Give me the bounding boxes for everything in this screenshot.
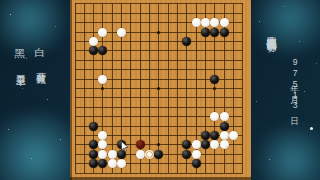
stone-white — [220, 131, 229, 140]
player-white-name: 曹薰铉 — [34, 64, 48, 67]
stone-black — [89, 122, 98, 131]
stone-black — [89, 140, 98, 149]
stone-black — [89, 150, 98, 159]
stone-black — [210, 131, 219, 140]
grid-line-v — [168, 3, 169, 173]
stone-white — [108, 150, 117, 159]
stone-black — [98, 159, 107, 168]
stone-white — [108, 159, 117, 168]
mouse-cursor-icon — [121, 141, 129, 152]
player-black-name: 聂卫平 — [14, 66, 28, 69]
stone-black — [182, 37, 191, 46]
grid-line-h — [75, 97, 244, 98]
stone-white — [98, 150, 107, 159]
stone-white — [220, 112, 229, 121]
nebula-top-left — [0, 0, 77, 54]
stone-white — [117, 28, 126, 37]
player-white-label: 白 — [33, 39, 47, 40]
grid-line-v — [242, 3, 243, 173]
grid-line-v — [233, 3, 234, 173]
player-black-label: 黑 — [13, 41, 27, 42]
stone-black — [154, 150, 163, 159]
go-board[interactable] — [70, 0, 251, 180]
stone-black — [98, 46, 107, 55]
stone-white — [220, 18, 229, 27]
stone-white — [117, 159, 126, 168]
nebula-bottom-right — [248, 126, 320, 180]
grid-line-v — [177, 3, 178, 173]
stone-black — [201, 140, 210, 149]
star-specks — [0, 0, 1, 1]
stone-white — [192, 150, 201, 159]
stone-white — [192, 18, 201, 27]
stone-white — [220, 140, 229, 149]
event-title: 亚洲杯电视围棋快棋赛 — [264, 28, 278, 34]
stone-white — [210, 18, 219, 27]
last-move-circle-marker — [146, 151, 153, 158]
stone-black — [210, 28, 219, 37]
grid-line-h — [75, 107, 244, 108]
stone-black — [210, 75, 219, 84]
stone-white — [201, 18, 210, 27]
stone-white — [229, 131, 238, 140]
stone-white — [210, 140, 219, 149]
nebula-top-right — [243, 0, 320, 54]
stone-white — [136, 150, 145, 159]
video-frame: 白 曹薰铉 黑 聂卫平 亚洲杯电视围棋快棋赛 97年5月13日 — [0, 0, 320, 180]
grid-line-h — [75, 126, 244, 127]
stone-white — [210, 112, 219, 121]
stone-white — [98, 140, 107, 149]
stone-black — [89, 46, 98, 55]
stone-white — [89, 37, 98, 46]
event-date: 97年5月13日 — [289, 57, 301, 111]
stone-white — [98, 75, 107, 84]
stone-white — [98, 131, 107, 140]
stone-black — [220, 28, 229, 37]
stone-black — [201, 28, 210, 37]
grid-line-h — [75, 173, 244, 174]
stone-black — [89, 159, 98, 168]
stone-white — [192, 140, 201, 149]
stone-black — [220, 122, 229, 131]
stone-white — [98, 28, 107, 37]
stone-black — [136, 140, 145, 149]
stone-black — [182, 140, 191, 149]
stone-black — [201, 131, 210, 140]
stone-black — [192, 159, 201, 168]
stone-black — [182, 150, 191, 159]
